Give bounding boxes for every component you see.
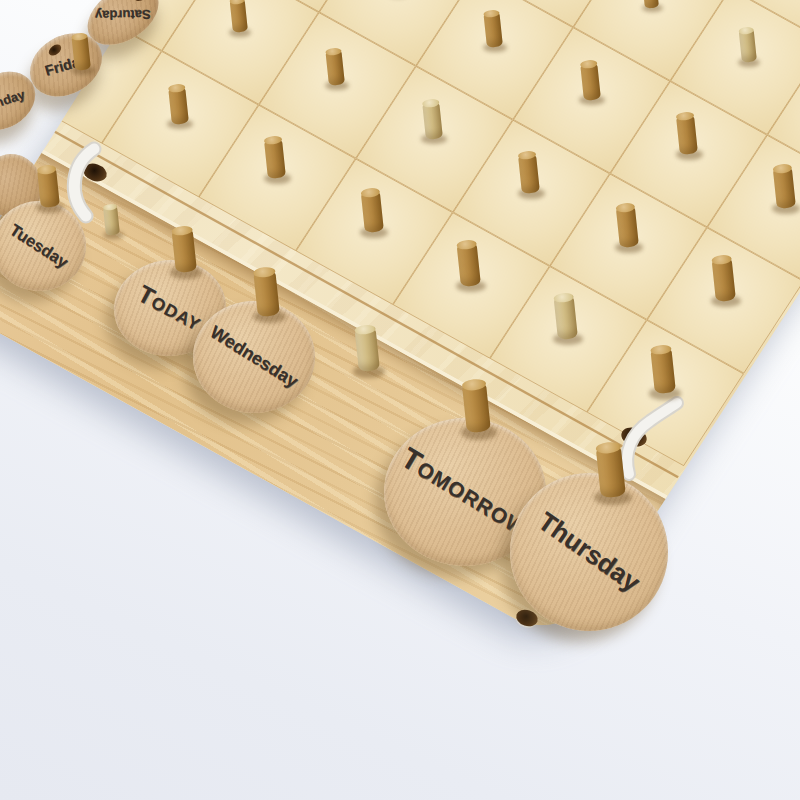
- strings-layer: [0, 0, 800, 800]
- hanging-string-right: [627, 403, 677, 474]
- calendar-scene: Saturday Friday Sunday Tuesday Today Wed…: [0, 0, 800, 800]
